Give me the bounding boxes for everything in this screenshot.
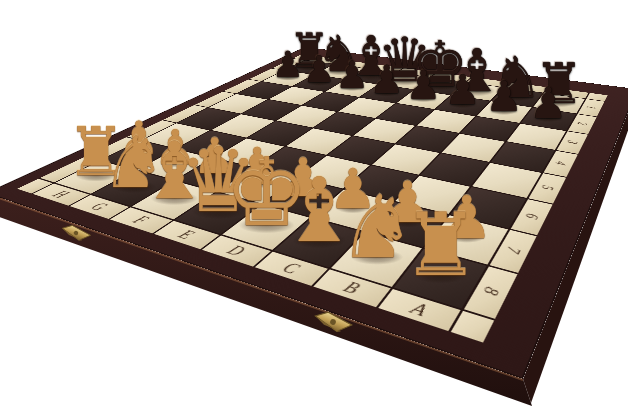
piece-light-rook-a8[interactable]: ♜	[402, 202, 480, 289]
rank-label-2: 2	[575, 122, 590, 126]
piece-dark-pawn-a2[interactable]: ♟	[529, 82, 568, 125]
piece-dark-pawn-g2[interactable]: ♟	[303, 51, 336, 88]
rank-label-1: 1	[585, 106, 599, 110]
rank-label-4: 4	[553, 160, 570, 166]
piece-dark-pawn-f2[interactable]: ♟	[335, 56, 369, 94]
rank-label-3: 3	[565, 140, 581, 145]
rank-label-8: 8	[480, 285, 504, 297]
piece-dark-pawn-c2[interactable]: ♟	[444, 70, 481, 111]
chess-set-photo: 12345678HGFEDCBA ♜♞♝♛♚♝♞♜♟♟♟♟♟♟♟♟♟♟♟♟♟♟♟…	[0, 0, 628, 420]
rank-label-6: 6	[523, 212, 543, 220]
rank-label-5: 5	[539, 184, 557, 191]
piece-dark-pawn-d2[interactable]: ♟	[406, 65, 442, 105]
piece-dark-pawn-e2[interactable]: ♟	[369, 60, 404, 99]
piece-dark-pawn-h2[interactable]: ♟	[272, 47, 304, 83]
piece-dark-pawn-b2[interactable]: ♟	[485, 76, 523, 118]
rank-label-7: 7	[503, 245, 524, 255]
